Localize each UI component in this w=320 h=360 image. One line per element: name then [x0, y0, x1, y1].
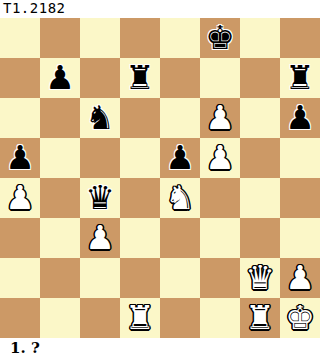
- square-h2[interactable]: ♟: [280, 258, 320, 298]
- square-d1[interactable]: ♜: [120, 298, 160, 338]
- white-rook-g1[interactable]: ♜: [245, 298, 275, 338]
- square-a8[interactable]: [0, 18, 40, 58]
- square-c6[interactable]: ♞: [80, 98, 120, 138]
- black-rook-h7[interactable]: ♜: [285, 58, 315, 98]
- square-g1[interactable]: ♜: [240, 298, 280, 338]
- white-rook-d1[interactable]: ♜: [125, 298, 155, 338]
- square-a1[interactable]: [0, 298, 40, 338]
- square-h1[interactable]: ♚: [280, 298, 320, 338]
- square-f2[interactable]: [200, 258, 240, 298]
- square-g8[interactable]: [240, 18, 280, 58]
- square-a2[interactable]: [0, 258, 40, 298]
- puzzle-title: T1.2182: [0, 0, 320, 18]
- white-knight-e4[interactable]: ♞: [165, 178, 195, 218]
- square-f4[interactable]: [200, 178, 240, 218]
- square-d4[interactable]: [120, 178, 160, 218]
- square-b7[interactable]: ♟: [40, 58, 80, 98]
- square-h4[interactable]: [280, 178, 320, 218]
- white-pawn-a4[interactable]: ♟: [5, 178, 35, 218]
- square-f1[interactable]: [200, 298, 240, 338]
- white-queen-g2[interactable]: ♛: [245, 258, 275, 298]
- square-b8[interactable]: [40, 18, 80, 58]
- square-d6[interactable]: [120, 98, 160, 138]
- square-b5[interactable]: [40, 138, 80, 178]
- square-e5[interactable]: ♟: [160, 138, 200, 178]
- square-a4[interactable]: ♟: [0, 178, 40, 218]
- square-c3[interactable]: ♟: [80, 218, 120, 258]
- white-pawn-h2[interactable]: ♟: [285, 258, 315, 298]
- square-h8[interactable]: [280, 18, 320, 58]
- square-e8[interactable]: [160, 18, 200, 58]
- square-g4[interactable]: [240, 178, 280, 218]
- square-b2[interactable]: [40, 258, 80, 298]
- square-e4[interactable]: ♞: [160, 178, 200, 218]
- square-b4[interactable]: [40, 178, 80, 218]
- square-f8[interactable]: ♚: [200, 18, 240, 58]
- chess-puzzle-app: T1.2182 ♚♟♜♜♞♟♟♟♟♟♟♛♞♟♛♟♜♜♚ 1. ?: [0, 0, 320, 360]
- square-b1[interactable]: [40, 298, 80, 338]
- square-c2[interactable]: [80, 258, 120, 298]
- square-d5[interactable]: [120, 138, 160, 178]
- square-g7[interactable]: [240, 58, 280, 98]
- square-e1[interactable]: [160, 298, 200, 338]
- black-rook-d7[interactable]: ♜: [125, 58, 155, 98]
- square-d2[interactable]: [120, 258, 160, 298]
- black-king-f8[interactable]: ♚: [205, 18, 235, 58]
- square-f7[interactable]: [200, 58, 240, 98]
- move-prompt: 1. ?: [0, 338, 320, 360]
- square-a5[interactable]: ♟: [0, 138, 40, 178]
- black-pawn-h6[interactable]: ♟: [285, 98, 315, 138]
- square-c4[interactable]: ♛: [80, 178, 120, 218]
- black-pawn-a5[interactable]: ♟: [5, 138, 35, 178]
- square-f6[interactable]: ♟: [200, 98, 240, 138]
- square-e6[interactable]: [160, 98, 200, 138]
- square-a6[interactable]: [0, 98, 40, 138]
- white-pawn-f5[interactable]: ♟: [205, 138, 235, 178]
- square-a7[interactable]: [0, 58, 40, 98]
- square-c1[interactable]: [80, 298, 120, 338]
- square-g3[interactable]: [240, 218, 280, 258]
- square-h5[interactable]: [280, 138, 320, 178]
- square-e2[interactable]: [160, 258, 200, 298]
- square-b3[interactable]: [40, 218, 80, 258]
- black-queen-c4[interactable]: ♛: [85, 178, 115, 218]
- square-h6[interactable]: ♟: [280, 98, 320, 138]
- square-h7[interactable]: ♜: [280, 58, 320, 98]
- square-f3[interactable]: [200, 218, 240, 258]
- square-d7[interactable]: ♜: [120, 58, 160, 98]
- black-pawn-b7[interactable]: ♟: [45, 58, 75, 98]
- square-h3[interactable]: [280, 218, 320, 258]
- black-knight-c6[interactable]: ♞: [85, 98, 115, 138]
- square-e3[interactable]: [160, 218, 200, 258]
- black-pawn-e5[interactable]: ♟: [165, 138, 195, 178]
- square-b6[interactable]: [40, 98, 80, 138]
- square-g6[interactable]: [240, 98, 280, 138]
- square-c8[interactable]: [80, 18, 120, 58]
- square-c5[interactable]: [80, 138, 120, 178]
- square-g2[interactable]: ♛: [240, 258, 280, 298]
- square-g5[interactable]: [240, 138, 280, 178]
- square-c7[interactable]: [80, 58, 120, 98]
- square-e7[interactable]: [160, 58, 200, 98]
- chess-board: ♚♟♜♜♞♟♟♟♟♟♟♛♞♟♛♟♜♜♚: [0, 18, 320, 338]
- square-f5[interactable]: ♟: [200, 138, 240, 178]
- square-a3[interactable]: [0, 218, 40, 258]
- white-king-h1[interactable]: ♚: [285, 298, 315, 338]
- square-d3[interactable]: [120, 218, 160, 258]
- white-pawn-c3[interactable]: ♟: [85, 218, 115, 258]
- white-pawn-f6[interactable]: ♟: [205, 98, 235, 138]
- square-d8[interactable]: [120, 18, 160, 58]
